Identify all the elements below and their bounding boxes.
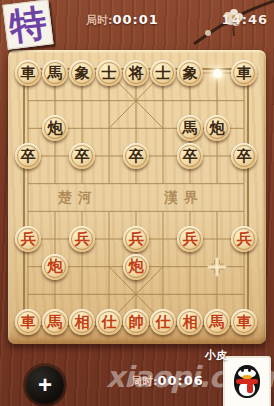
- opponent-game-time-label: 局时:: [86, 14, 112, 27]
- player-name: 小皮: [205, 348, 227, 363]
- piece-red-elephant[interactable]: 相: [69, 309, 95, 335]
- piece-black-elephant[interactable]: 象: [69, 60, 95, 86]
- rank-badge-seal: 特: [2, 0, 53, 50]
- piece-red-soldier[interactable]: 兵: [69, 226, 95, 252]
- piece-red-chariot[interactable]: 車: [15, 309, 41, 335]
- xiangqi-board[interactable]: 楚河 漢界 車馬象士将士象車炮馬炮卒卒卒卒卒兵兵兵兵兵炮炮車馬相仕帥仕相馬車: [8, 50, 266, 344]
- river-label-han: 漢界: [164, 189, 204, 207]
- piece-red-chariot[interactable]: 車: [231, 309, 257, 335]
- system-clock: 14:46: [222, 12, 268, 27]
- expand-menu-button[interactable]: +: [26, 366, 64, 404]
- piece-black-soldier[interactable]: 卒: [69, 143, 95, 169]
- piece-black-chariot[interactable]: 車: [15, 60, 41, 86]
- sparkle-marker: [208, 258, 226, 276]
- last-move-origin-marker: [213, 69, 222, 78]
- piece-black-horse[interactable]: 馬: [42, 60, 68, 86]
- piece-black-chariot[interactable]: 車: [231, 60, 257, 86]
- piece-red-soldier[interactable]: 兵: [123, 226, 149, 252]
- piece-red-advisor[interactable]: 仕: [96, 309, 122, 335]
- piece-red-horse[interactable]: 馬: [42, 309, 68, 335]
- rank-badge-text: 特: [7, 4, 48, 45]
- piece-black-advisor[interactable]: 士: [96, 60, 122, 86]
- piece-black-elephant[interactable]: 象: [177, 60, 203, 86]
- piece-black-soldier[interactable]: 卒: [231, 143, 257, 169]
- piece-black-general[interactable]: 将: [123, 60, 149, 86]
- piece-black-advisor[interactable]: 士: [150, 60, 176, 86]
- piece-red-elephant[interactable]: 相: [177, 309, 203, 335]
- piece-red-horse[interactable]: 馬: [204, 309, 230, 335]
- piece-black-soldier[interactable]: 卒: [15, 143, 41, 169]
- qq-penguin-icon: [234, 365, 260, 398]
- river-label-chu: 楚河: [58, 189, 98, 207]
- opponent-game-time-value: 00:01: [112, 12, 158, 27]
- piece-red-cannon[interactable]: 炮: [42, 254, 68, 280]
- plus-icon: +: [38, 371, 52, 398]
- app-screen: 特 局时:00:01 14:46 楚河 漢界 車馬象士将士象車炮馬炮卒卒卒卒卒兵…: [0, 0, 274, 406]
- opponent-game-time: 局时:00:01: [86, 9, 159, 28]
- piece-red-soldier[interactable]: 兵: [15, 226, 41, 252]
- player-avatar[interactable]: [223, 356, 271, 406]
- piece-red-advisor[interactable]: 仕: [150, 309, 176, 335]
- piece-red-soldier[interactable]: 兵: [231, 226, 257, 252]
- piece-red-general[interactable]: 帥: [123, 309, 149, 335]
- piece-red-soldier[interactable]: 兵: [177, 226, 203, 252]
- piece-black-soldier[interactable]: 卒: [123, 143, 149, 169]
- piece-black-soldier[interactable]: 卒: [177, 143, 203, 169]
- board-grid: [8, 50, 266, 344]
- piece-red-cannon[interactable]: 炮: [123, 254, 149, 280]
